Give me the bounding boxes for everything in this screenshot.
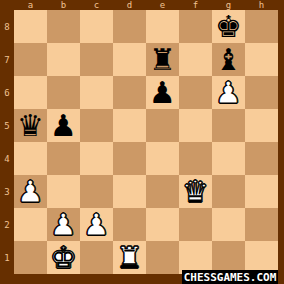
square-e6[interactable]: ♟: [146, 76, 179, 109]
white-pawn: ♟: [212, 76, 245, 109]
square-d8[interactable]: [113, 10, 146, 43]
square-f3[interactable]: ♛: [179, 175, 212, 208]
square-a2[interactable]: [14, 208, 47, 241]
white-queen: ♛: [179, 175, 212, 208]
square-f2[interactable]: [179, 208, 212, 241]
file-label-h: h: [245, 0, 278, 10]
square-a8[interactable]: [14, 10, 47, 43]
square-e1[interactable]: [146, 241, 179, 274]
square-f8[interactable]: [179, 10, 212, 43]
white-pawn: ♟: [47, 208, 80, 241]
square-g5[interactable]: [212, 109, 245, 142]
white-pawn: ♟: [14, 175, 47, 208]
square-f6[interactable]: [179, 76, 212, 109]
square-g2[interactable]: [212, 208, 245, 241]
black-king: ♚: [212, 10, 245, 43]
file-label-d: d: [113, 0, 146, 10]
chess-board-frame: abcdefgh 87654321 ♚♜♝♟♟♛♟♟♛♟♟♚♜ CHESSGAM…: [0, 0, 284, 284]
square-e8[interactable]: [146, 10, 179, 43]
square-d1[interactable]: ♜: [113, 241, 146, 274]
square-a4[interactable]: [14, 142, 47, 175]
square-f7[interactable]: [179, 43, 212, 76]
file-label-b: b: [47, 0, 80, 10]
square-e7[interactable]: ♜: [146, 43, 179, 76]
square-g4[interactable]: [212, 142, 245, 175]
square-c7[interactable]: [80, 43, 113, 76]
square-e3[interactable]: [146, 175, 179, 208]
square-f5[interactable]: [179, 109, 212, 142]
square-d3[interactable]: [113, 175, 146, 208]
rank-label-1: 1: [0, 241, 14, 274]
site-credit: CHESSGAMES.COM: [182, 270, 278, 284]
square-h7[interactable]: [245, 43, 278, 76]
square-b7[interactable]: [47, 43, 80, 76]
square-a1[interactable]: [14, 241, 47, 274]
rank-label-5: 5: [0, 109, 14, 142]
board: ♚♜♝♟♟♛♟♟♛♟♟♚♜: [14, 10, 278, 274]
square-h2[interactable]: [245, 208, 278, 241]
square-b2[interactable]: ♟: [47, 208, 80, 241]
square-e2[interactable]: [146, 208, 179, 241]
square-a5[interactable]: ♛: [14, 109, 47, 142]
white-rook: ♜: [113, 241, 146, 274]
square-b1[interactable]: ♚: [47, 241, 80, 274]
square-d4[interactable]: [113, 142, 146, 175]
rank-label-2: 2: [0, 208, 14, 241]
square-c3[interactable]: [80, 175, 113, 208]
square-h3[interactable]: [245, 175, 278, 208]
square-b8[interactable]: [47, 10, 80, 43]
square-g7[interactable]: ♝: [212, 43, 245, 76]
white-king: ♚: [47, 241, 80, 274]
black-pawn: ♟: [47, 109, 80, 142]
square-d6[interactable]: [113, 76, 146, 109]
square-c2[interactable]: ♟: [80, 208, 113, 241]
rank-label-3: 3: [0, 175, 14, 208]
square-g3[interactable]: [212, 175, 245, 208]
square-h5[interactable]: [245, 109, 278, 142]
square-a7[interactable]: [14, 43, 47, 76]
square-c8[interactable]: [80, 10, 113, 43]
square-c4[interactable]: [80, 142, 113, 175]
square-h6[interactable]: [245, 76, 278, 109]
square-d5[interactable]: [113, 109, 146, 142]
square-f4[interactable]: [179, 142, 212, 175]
file-label-c: c: [80, 0, 113, 10]
square-e5[interactable]: [146, 109, 179, 142]
square-d2[interactable]: [113, 208, 146, 241]
square-g6[interactable]: ♟: [212, 76, 245, 109]
rank-label-7: 7: [0, 43, 14, 76]
square-d7[interactable]: [113, 43, 146, 76]
white-pawn: ♟: [80, 208, 113, 241]
rank-label-4: 4: [0, 142, 14, 175]
square-a3[interactable]: ♟: [14, 175, 47, 208]
file-label-e: e: [146, 0, 179, 10]
black-queen: ♛: [14, 109, 47, 142]
square-h4[interactable]: [245, 142, 278, 175]
black-rook: ♜: [146, 43, 179, 76]
square-a6[interactable]: [14, 76, 47, 109]
square-b4[interactable]: [47, 142, 80, 175]
square-g8[interactable]: ♚: [212, 10, 245, 43]
square-h8[interactable]: [245, 10, 278, 43]
square-c5[interactable]: [80, 109, 113, 142]
square-e4[interactable]: [146, 142, 179, 175]
black-pawn: ♟: [146, 76, 179, 109]
file-label-a: a: [14, 0, 47, 10]
square-b5[interactable]: ♟: [47, 109, 80, 142]
black-bishop: ♝: [212, 43, 245, 76]
square-c1[interactable]: [80, 241, 113, 274]
file-label-f: f: [179, 0, 212, 10]
rank-label-8: 8: [0, 10, 14, 43]
rank-labels: 87654321: [0, 10, 14, 274]
square-c6[interactable]: [80, 76, 113, 109]
square-b6[interactable]: [47, 76, 80, 109]
square-b3[interactable]: [47, 175, 80, 208]
rank-label-6: 6: [0, 76, 14, 109]
